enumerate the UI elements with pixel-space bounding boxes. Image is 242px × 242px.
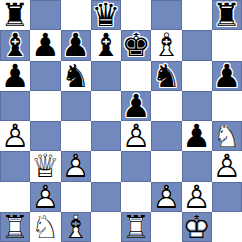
square-g4[interactable]: ♟ <box>182 121 212 151</box>
square-c5[interactable] <box>61 91 91 121</box>
square-g2[interactable]: ♟♙ <box>182 182 212 212</box>
square-c6[interactable]: ♞ <box>61 61 91 91</box>
piece-white-knight[interactable]: ♘ <box>30 212 60 242</box>
square-h8[interactable]: ♜ <box>212 0 242 30</box>
piece-black-pawn[interactable]: ♟ <box>61 30 91 60</box>
square-h5[interactable] <box>212 91 242 121</box>
piece-white-pawn-fill: ♟ <box>182 182 212 212</box>
square-b5[interactable] <box>30 91 60 121</box>
piece-white-pawn[interactable]: ♙ <box>151 182 181 212</box>
piece-black-pawn[interactable]: ♟ <box>121 91 151 121</box>
square-d7[interactable]: ♝ <box>91 30 121 60</box>
square-g5[interactable] <box>182 91 212 121</box>
square-c4[interactable] <box>61 121 91 151</box>
piece-white-bishop[interactable]: ♗ <box>61 212 91 242</box>
piece-black-pawn[interactable]: ♟ <box>0 61 30 91</box>
piece-white-pawn[interactable]: ♙ <box>212 151 242 181</box>
square-a2[interactable] <box>0 182 30 212</box>
piece-white-king[interactable]: ♔ <box>182 212 212 242</box>
square-g1[interactable]: ♚♔ <box>182 212 212 242</box>
piece-white-king-fill: ♚ <box>182 212 212 242</box>
square-h7[interactable] <box>212 30 242 60</box>
square-b7[interactable]: ♟ <box>30 30 60 60</box>
square-e6[interactable] <box>121 61 151 91</box>
piece-white-pawn[interactable]: ♙ <box>61 151 91 181</box>
square-c7[interactable]: ♟ <box>61 30 91 60</box>
piece-white-pawn[interactable]: ♙ <box>30 182 60 212</box>
square-e3[interactable] <box>121 151 151 181</box>
piece-white-knight[interactable]: ♘ <box>212 121 242 151</box>
square-e5[interactable]: ♟ <box>121 91 151 121</box>
piece-black-pawn[interactable]: ♟ <box>212 61 242 91</box>
square-e2[interactable] <box>121 182 151 212</box>
square-f2[interactable]: ♟♙ <box>151 182 181 212</box>
piece-white-pawn-fill: ♟ <box>151 182 181 212</box>
square-a8[interactable]: ♜ <box>0 0 30 30</box>
square-f8[interactable] <box>151 0 181 30</box>
square-e4[interactable]: ♟♙ <box>121 121 151 151</box>
square-f5[interactable] <box>151 91 181 121</box>
square-d4[interactable] <box>91 121 121 151</box>
square-g3[interactable] <box>182 151 212 181</box>
square-h1[interactable] <box>212 212 242 242</box>
square-g8[interactable] <box>182 0 212 30</box>
piece-white-bishop[interactable]: ♗ <box>151 30 181 60</box>
square-a4[interactable]: ♟♙ <box>0 121 30 151</box>
square-h4[interactable]: ♞♘ <box>212 121 242 151</box>
square-d5[interactable] <box>91 91 121 121</box>
piece-white-pawn-fill: ♟ <box>212 151 242 181</box>
square-b2[interactable]: ♟♙ <box>30 182 60 212</box>
square-f7[interactable]: ♝♗ <box>151 30 181 60</box>
square-d6[interactable] <box>91 61 121 91</box>
piece-white-knight-fill: ♞ <box>212 121 242 151</box>
square-a7[interactable]: ♝ <box>0 30 30 60</box>
square-a3[interactable] <box>0 151 30 181</box>
square-a6[interactable]: ♟ <box>0 61 30 91</box>
piece-black-bishop[interactable]: ♝ <box>91 30 121 60</box>
piece-black-knight[interactable]: ♞ <box>61 61 91 91</box>
piece-white-knight-fill: ♞ <box>30 212 60 242</box>
square-a1[interactable]: ♜♖ <box>0 212 30 242</box>
square-g6[interactable] <box>182 61 212 91</box>
square-e1[interactable]: ♜♖ <box>121 212 151 242</box>
square-d3[interactable] <box>91 151 121 181</box>
piece-white-pawn-fill: ♟ <box>0 121 30 151</box>
piece-white-rook[interactable]: ♖ <box>121 212 151 242</box>
square-e7[interactable]: ♚ <box>121 30 151 60</box>
piece-black-pawn[interactable]: ♟ <box>182 121 212 151</box>
piece-white-rook[interactable]: ♖ <box>0 212 30 242</box>
square-c2[interactable] <box>61 182 91 212</box>
square-f4[interactable] <box>151 121 181 151</box>
piece-black-pawn[interactable]: ♟ <box>30 30 60 60</box>
piece-white-pawn[interactable]: ♙ <box>121 121 151 151</box>
square-b1[interactable]: ♞♘ <box>30 212 60 242</box>
square-a5[interactable] <box>0 91 30 121</box>
piece-black-queen[interactable]: ♛ <box>91 0 121 30</box>
square-b6[interactable] <box>30 61 60 91</box>
piece-black-king[interactable]: ♚ <box>121 30 151 60</box>
square-h3[interactable]: ♟♙ <box>212 151 242 181</box>
chess-board: ♜♛♜♝♟♟♝♚♝♗♟♞♞♟♟♟♙♟♙♟♞♘♛♕♟♙♟♙♟♙♟♙♟♙♜♖♞♘♝♗… <box>0 0 242 242</box>
square-b8[interactable] <box>30 0 60 30</box>
piece-white-queen-fill: ♛ <box>30 151 60 181</box>
square-f6[interactable]: ♞ <box>151 61 181 91</box>
piece-white-bishop-fill: ♝ <box>151 30 181 60</box>
square-g7[interactable] <box>182 30 212 60</box>
piece-white-pawn[interactable]: ♙ <box>182 182 212 212</box>
square-c3[interactable]: ♟♙ <box>61 151 91 181</box>
piece-white-pawn-fill: ♟ <box>30 182 60 212</box>
piece-white-pawn[interactable]: ♙ <box>0 121 30 151</box>
piece-white-queen[interactable]: ♕ <box>30 151 60 181</box>
square-b4[interactable] <box>30 121 60 151</box>
square-f1[interactable] <box>151 212 181 242</box>
square-d2[interactable] <box>91 182 121 212</box>
square-c1[interactable]: ♝♗ <box>61 212 91 242</box>
piece-white-rook-fill: ♜ <box>121 212 151 242</box>
piece-white-pawn-fill: ♟ <box>121 121 151 151</box>
square-e8[interactable] <box>121 0 151 30</box>
piece-white-rook-fill: ♜ <box>0 212 30 242</box>
square-b3[interactable]: ♛♕ <box>30 151 60 181</box>
piece-white-bishop-fill: ♝ <box>61 212 91 242</box>
square-d1[interactable] <box>91 212 121 242</box>
square-f3[interactable] <box>151 151 181 181</box>
square-d8[interactable]: ♛ <box>91 0 121 30</box>
piece-white-pawn-fill: ♟ <box>61 151 91 181</box>
piece-black-knight[interactable]: ♞ <box>151 61 181 91</box>
square-c8[interactable] <box>61 0 91 30</box>
square-h6[interactable]: ♟ <box>212 61 242 91</box>
piece-black-bishop[interactable]: ♝ <box>0 30 30 60</box>
square-h2[interactable] <box>212 182 242 212</box>
piece-black-rook[interactable]: ♜ <box>0 0 30 30</box>
piece-black-rook[interactable]: ♜ <box>212 0 242 30</box>
